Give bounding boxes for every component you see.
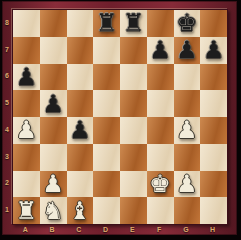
- square-g2[interactable]: ♟: [174, 171, 201, 198]
- piece-black-pawn[interactable]: ♟: [176, 38, 198, 62]
- square-b8[interactable]: [40, 10, 67, 37]
- chess-app-window: 87654321 ♜♜♚♟♟♟♟♟♟♟♟♟♚♟♜♞♝ ABCDEFGH: [0, 0, 241, 240]
- square-c5[interactable]: [67, 90, 94, 117]
- rank-label-6: 6: [2, 63, 12, 90]
- square-a7[interactable]: [13, 37, 40, 64]
- rank-labels: 87654321: [2, 9, 12, 223]
- square-f2[interactable]: ♚: [147, 171, 174, 198]
- square-h2[interactable]: [200, 171, 227, 198]
- square-a6[interactable]: ♟: [13, 64, 40, 91]
- piece-white-pawn[interactable]: ♟: [16, 118, 38, 142]
- square-a5[interactable]: [13, 90, 40, 117]
- square-f6[interactable]: [147, 64, 174, 91]
- square-h8[interactable]: [200, 10, 227, 37]
- square-a8[interactable]: [13, 10, 40, 37]
- square-c7[interactable]: [67, 37, 94, 64]
- piece-black-pawn[interactable]: ♟: [42, 92, 64, 116]
- chess-board[interactable]: ♜♜♚♟♟♟♟♟♟♟♟♟♚♟♜♞♝: [12, 9, 228, 225]
- square-e7[interactable]: [120, 37, 147, 64]
- square-c2[interactable]: [67, 171, 94, 198]
- square-g8[interactable]: ♚: [174, 10, 201, 37]
- rank-label-2: 2: [2, 170, 12, 197]
- square-h4[interactable]: [200, 117, 227, 144]
- square-d6[interactable]: [93, 64, 120, 91]
- file-labels: ABCDEFGH: [12, 223, 226, 235]
- square-b3[interactable]: [40, 144, 67, 171]
- square-c6[interactable]: [67, 64, 94, 91]
- square-e4[interactable]: [120, 117, 147, 144]
- square-c8[interactable]: [67, 10, 94, 37]
- piece-black-king[interactable]: ♚: [176, 11, 198, 35]
- rank-label-3: 3: [2, 143, 12, 170]
- square-d7[interactable]: [93, 37, 120, 64]
- square-c1[interactable]: ♝: [67, 197, 94, 224]
- square-b4[interactable]: [40, 117, 67, 144]
- square-f1[interactable]: [147, 197, 174, 224]
- square-d1[interactable]: [93, 197, 120, 224]
- square-e1[interactable]: [120, 197, 147, 224]
- file-label-c: C: [66, 223, 93, 235]
- piece-white-bishop[interactable]: ♝: [69, 199, 91, 223]
- square-b6[interactable]: [40, 64, 67, 91]
- rank-label-8: 8: [2, 9, 12, 36]
- square-h6[interactable]: [200, 64, 227, 91]
- file-label-b: B: [39, 223, 66, 235]
- square-h3[interactable]: [200, 144, 227, 171]
- piece-white-pawn[interactable]: ♟: [176, 118, 198, 142]
- square-e2[interactable]: [120, 171, 147, 198]
- square-a1[interactable]: ♜: [13, 197, 40, 224]
- square-a3[interactable]: [13, 144, 40, 171]
- square-b5[interactable]: ♟: [40, 90, 67, 117]
- square-g1[interactable]: [174, 197, 201, 224]
- square-f3[interactable]: [147, 144, 174, 171]
- square-b2[interactable]: ♟: [40, 171, 67, 198]
- piece-black-rook[interactable]: ♜: [96, 11, 118, 35]
- square-e6[interactable]: [120, 64, 147, 91]
- square-e5[interactable]: [120, 90, 147, 117]
- square-b7[interactable]: [40, 37, 67, 64]
- file-label-g: G: [173, 223, 200, 235]
- square-g4[interactable]: ♟: [174, 117, 201, 144]
- square-f7[interactable]: ♟: [147, 37, 174, 64]
- square-f5[interactable]: [147, 90, 174, 117]
- square-d3[interactable]: [93, 144, 120, 171]
- file-label-d: D: [92, 223, 119, 235]
- square-d5[interactable]: [93, 90, 120, 117]
- square-g3[interactable]: [174, 144, 201, 171]
- square-h7[interactable]: ♟: [200, 37, 227, 64]
- file-label-e: E: [119, 223, 146, 235]
- piece-white-rook[interactable]: ♜: [16, 199, 38, 223]
- piece-black-pawn[interactable]: ♟: [203, 38, 225, 62]
- square-g5[interactable]: [174, 90, 201, 117]
- piece-black-pawn[interactable]: ♟: [16, 65, 38, 89]
- piece-white-knight[interactable]: ♞: [42, 199, 64, 223]
- rank-label-4: 4: [2, 116, 12, 143]
- file-label-a: A: [12, 223, 39, 235]
- square-c3[interactable]: [67, 144, 94, 171]
- square-f8[interactable]: [147, 10, 174, 37]
- square-d4[interactable]: [93, 117, 120, 144]
- square-e3[interactable]: [120, 144, 147, 171]
- square-a2[interactable]: [13, 171, 40, 198]
- square-b1[interactable]: ♞: [40, 197, 67, 224]
- piece-white-pawn[interactable]: ♟: [176, 172, 198, 196]
- piece-black-pawn[interactable]: ♟: [69, 118, 91, 142]
- square-g7[interactable]: ♟: [174, 37, 201, 64]
- square-f4[interactable]: [147, 117, 174, 144]
- square-d2[interactable]: [93, 171, 120, 198]
- rank-label-1: 1: [2, 196, 12, 223]
- piece-white-pawn[interactable]: ♟: [42, 172, 64, 196]
- piece-white-king[interactable]: ♚: [149, 172, 171, 196]
- square-h1[interactable]: [200, 197, 227, 224]
- square-g6[interactable]: [174, 64, 201, 91]
- square-d8[interactable]: ♜: [93, 10, 120, 37]
- rank-label-5: 5: [2, 89, 12, 116]
- piece-black-rook[interactable]: ♜: [123, 11, 145, 35]
- square-h5[interactable]: [200, 90, 227, 117]
- square-e8[interactable]: ♜: [120, 10, 147, 37]
- rank-label-7: 7: [2, 36, 12, 63]
- piece-black-pawn[interactable]: ♟: [149, 38, 171, 62]
- file-label-h: H: [199, 223, 226, 235]
- square-a4[interactable]: ♟: [13, 117, 40, 144]
- file-label-f: F: [146, 223, 173, 235]
- square-c4[interactable]: ♟: [67, 117, 94, 144]
- board-frame: 87654321 ♜♜♚♟♟♟♟♟♟♟♟♟♚♟♜♞♝ ABCDEFGH: [2, 1, 237, 235]
